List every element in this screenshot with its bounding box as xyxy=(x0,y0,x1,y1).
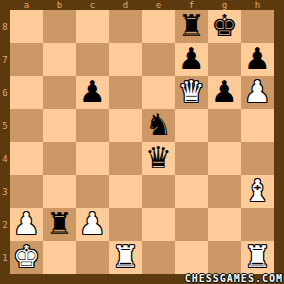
square-f2[interactable] xyxy=(175,208,208,241)
rank-label-4: 4 xyxy=(0,142,10,175)
file-label-d: d xyxy=(109,0,142,10)
chessgames-site-link[interactable]: CHESSGAMES.COM xyxy=(185,274,283,284)
square-h7[interactable]: ♟ xyxy=(241,43,274,76)
square-e2[interactable] xyxy=(142,208,175,241)
black-knight-e5: ♞ xyxy=(142,109,175,142)
square-g5[interactable] xyxy=(208,109,241,142)
square-d7[interactable] xyxy=(109,43,142,76)
square-d5[interactable] xyxy=(109,109,142,142)
white-rook-h1: ♜ xyxy=(241,241,274,274)
black-rook-b2: ♜ xyxy=(43,208,76,241)
square-f7[interactable]: ♟ xyxy=(175,43,208,76)
rank-labels: 87654321 xyxy=(0,10,10,274)
square-a7[interactable] xyxy=(10,43,43,76)
file-label-e: e xyxy=(142,0,175,10)
square-d1[interactable]: ♜ xyxy=(109,241,142,274)
white-bishop-h3: ♝ xyxy=(241,175,274,208)
square-h6[interactable]: ♟ xyxy=(241,76,274,109)
square-g1[interactable] xyxy=(208,241,241,274)
white-pawn-c2: ♟ xyxy=(76,208,109,241)
file-label-a: a xyxy=(10,0,43,10)
square-e4[interactable]: ♛ xyxy=(142,142,175,175)
white-pawn-a2: ♟ xyxy=(10,208,43,241)
rank-label-5: 5 xyxy=(0,109,10,142)
square-a3[interactable] xyxy=(10,175,43,208)
square-a2[interactable]: ♟ xyxy=(10,208,43,241)
white-pawn-h6: ♟ xyxy=(241,76,274,109)
square-a6[interactable] xyxy=(10,76,43,109)
square-f6[interactable]: ♛ xyxy=(175,76,208,109)
square-c5[interactable] xyxy=(76,109,109,142)
square-b1[interactable] xyxy=(43,241,76,274)
square-f5[interactable] xyxy=(175,109,208,142)
square-e7[interactable] xyxy=(142,43,175,76)
square-c7[interactable] xyxy=(76,43,109,76)
square-e6[interactable] xyxy=(142,76,175,109)
black-pawn-c6: ♟ xyxy=(76,76,109,109)
black-pawn-h7: ♟ xyxy=(241,43,274,76)
square-g3[interactable] xyxy=(208,175,241,208)
square-g6[interactable]: ♟ xyxy=(208,76,241,109)
file-label-h: h xyxy=(241,0,274,10)
square-h8[interactable] xyxy=(241,10,274,43)
square-a8[interactable] xyxy=(10,10,43,43)
rank-label-7: 7 xyxy=(0,43,10,76)
rank-label-8: 8 xyxy=(0,10,10,43)
square-h4[interactable] xyxy=(241,142,274,175)
square-b4[interactable] xyxy=(43,142,76,175)
square-g2[interactable] xyxy=(208,208,241,241)
square-b2[interactable]: ♜ xyxy=(43,208,76,241)
square-d8[interactable] xyxy=(109,10,142,43)
square-a1[interactable]: ♚ xyxy=(10,241,43,274)
square-f8[interactable]: ♜ xyxy=(175,10,208,43)
chessboard-frame: abcdefgh 87654321 ♜♚♟♟♟♛♟♟♞♛♝♟♜♟♚♜♜ CHES… xyxy=(0,0,284,284)
black-queen-e4: ♛ xyxy=(142,142,175,175)
square-g7[interactable] xyxy=(208,43,241,76)
square-e8[interactable] xyxy=(142,10,175,43)
square-c8[interactable] xyxy=(76,10,109,43)
square-b6[interactable] xyxy=(43,76,76,109)
square-b5[interactable] xyxy=(43,109,76,142)
square-c6[interactable]: ♟ xyxy=(76,76,109,109)
file-label-c: c xyxy=(76,0,109,10)
chess-board: ♜♚♟♟♟♛♟♟♞♛♝♟♜♟♚♜♜ xyxy=(10,10,274,274)
square-c2[interactable]: ♟ xyxy=(76,208,109,241)
square-g4[interactable] xyxy=(208,142,241,175)
rank-label-6: 6 xyxy=(0,76,10,109)
white-king-a1: ♚ xyxy=(10,241,43,274)
square-d6[interactable] xyxy=(109,76,142,109)
square-a4[interactable] xyxy=(10,142,43,175)
black-rook-f8: ♜ xyxy=(175,10,208,43)
square-h2[interactable] xyxy=(241,208,274,241)
square-d4[interactable] xyxy=(109,142,142,175)
square-f1[interactable] xyxy=(175,241,208,274)
square-h5[interactable] xyxy=(241,109,274,142)
white-rook-d1: ♜ xyxy=(109,241,142,274)
black-pawn-f7: ♟ xyxy=(175,43,208,76)
square-e5[interactable]: ♞ xyxy=(142,109,175,142)
rank-label-2: 2 xyxy=(0,208,10,241)
square-f3[interactable] xyxy=(175,175,208,208)
rank-label-1: 1 xyxy=(0,241,10,274)
square-e3[interactable] xyxy=(142,175,175,208)
square-c4[interactable] xyxy=(76,142,109,175)
square-b3[interactable] xyxy=(43,175,76,208)
black-pawn-g6: ♟ xyxy=(208,76,241,109)
square-b7[interactable] xyxy=(43,43,76,76)
rank-label-3: 3 xyxy=(0,175,10,208)
square-h1[interactable]: ♜ xyxy=(241,241,274,274)
square-g8[interactable]: ♚ xyxy=(208,10,241,43)
file-label-b: b xyxy=(43,0,76,10)
black-king-g8: ♚ xyxy=(208,10,241,43)
square-c1[interactable] xyxy=(76,241,109,274)
square-d3[interactable] xyxy=(109,175,142,208)
square-d2[interactable] xyxy=(109,208,142,241)
square-a5[interactable] xyxy=(10,109,43,142)
square-f4[interactable] xyxy=(175,142,208,175)
square-h3[interactable]: ♝ xyxy=(241,175,274,208)
square-e1[interactable] xyxy=(142,241,175,274)
white-queen-f6: ♛ xyxy=(175,76,208,109)
square-c3[interactable] xyxy=(76,175,109,208)
square-b8[interactable] xyxy=(43,10,76,43)
